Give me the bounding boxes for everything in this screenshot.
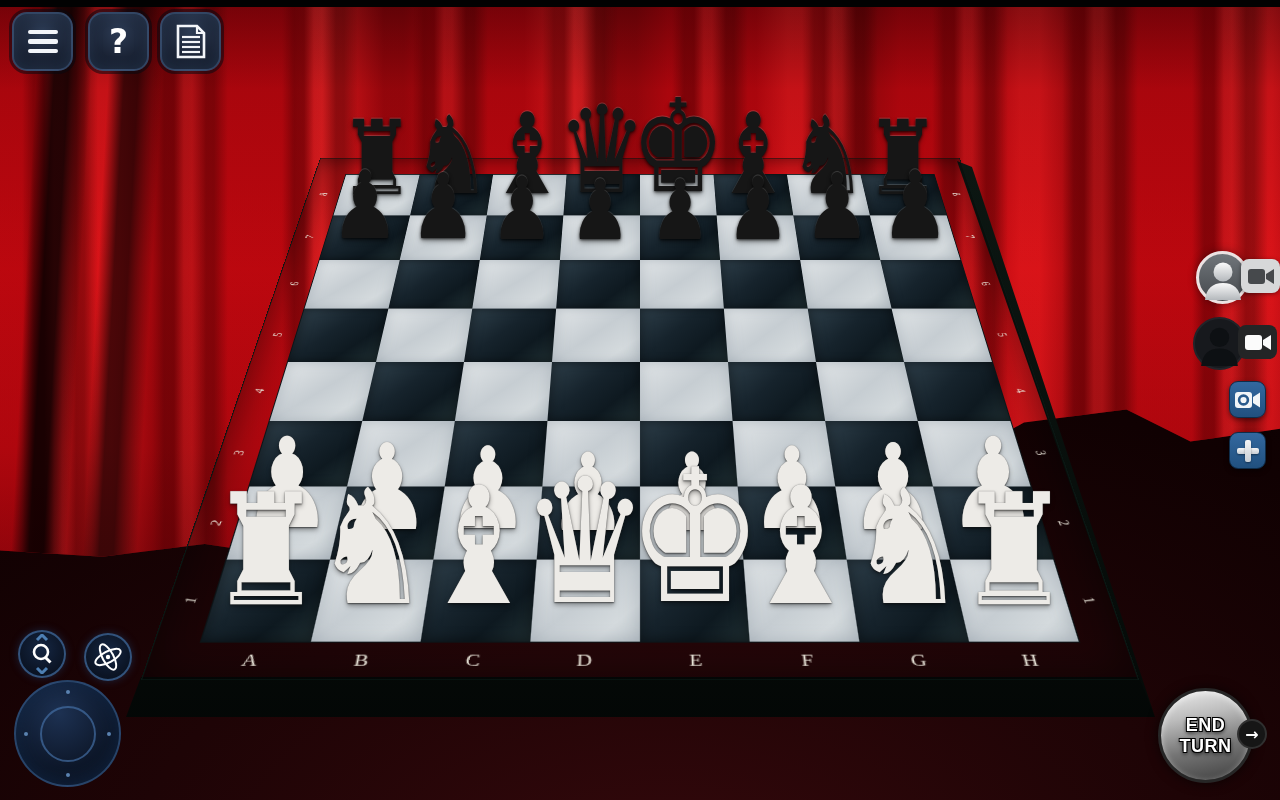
- black-pawn-h7[interactable]: ♟: [881, 159, 950, 253]
- file-label-b: B: [301, 643, 420, 680]
- square-g5[interactable]: [808, 309, 904, 362]
- person-icon: [1199, 254, 1247, 302]
- person-icon: [1195, 319, 1244, 368]
- player1-camera-badge[interactable]: [1241, 259, 1280, 293]
- zoom-button[interactable]: [18, 630, 66, 678]
- square-e5[interactable]: [640, 309, 728, 362]
- white-rook-a1[interactable]: ♜: [209, 474, 323, 629]
- joystick-dot-right: [107, 732, 111, 736]
- camera-joystick[interactable]: [14, 680, 121, 787]
- square-c5[interactable]: [464, 309, 556, 362]
- square-d6[interactable]: [556, 260, 640, 309]
- square-f6[interactable]: [720, 260, 808, 309]
- end-turn-arrow-button[interactable]: →: [1237, 719, 1267, 749]
- square-g4[interactable]: [816, 362, 918, 421]
- black-pawn-c7[interactable]: ♟: [490, 166, 554, 253]
- arrow-right-icon: →: [1245, 725, 1258, 744]
- file-label-a: A: [188, 643, 309, 680]
- square-e4[interactable]: [640, 362, 733, 421]
- hamburger-icon: [28, 30, 58, 54]
- help-button[interactable]: ?: [88, 12, 149, 71]
- file-label-e: E: [640, 643, 753, 680]
- end-turn-label-line2: TURN: [1180, 736, 1232, 757]
- document-icon: [176, 24, 206, 59]
- square-f5[interactable]: [724, 309, 816, 362]
- question-mark-icon: ?: [109, 22, 128, 61]
- white-knight-g1[interactable]: ♞: [849, 469, 966, 628]
- square-b6[interactable]: [388, 260, 479, 309]
- menu-button[interactable]: [12, 12, 73, 71]
- file-label-h: H: [970, 643, 1091, 680]
- end-turn-label-line1: END: [1186, 715, 1226, 736]
- camera-icon: [1248, 268, 1274, 285]
- square-c4[interactable]: [455, 362, 552, 421]
- orbit-rotate-button[interactable]: [84, 633, 132, 681]
- black-pawn-e7[interactable]: ♟: [649, 169, 710, 252]
- add-player-button[interactable]: [1229, 432, 1266, 469]
- black-pawn-f7[interactable]: ♟: [726, 166, 790, 253]
- magnifier-zoom-icon: [29, 634, 55, 674]
- square-f4[interactable]: [728, 362, 825, 421]
- joystick-knob-ring: [40, 706, 96, 762]
- orbit-icon: [90, 639, 126, 675]
- file-label-c: C: [414, 643, 530, 680]
- player2-camera-badge[interactable]: [1238, 325, 1277, 359]
- camera-icon: [1245, 334, 1271, 351]
- joystick-dot-down: [66, 773, 70, 777]
- square-c6[interactable]: [472, 260, 560, 309]
- square-e6[interactable]: [640, 260, 724, 309]
- square-g6[interactable]: [800, 260, 891, 309]
- top-black-strip: [0, 0, 1280, 7]
- game-log-button[interactable]: [160, 12, 221, 71]
- square-b5[interactable]: [376, 309, 472, 362]
- joystick-dot-up: [66, 690, 70, 694]
- square-d5[interactable]: [552, 309, 640, 362]
- video-call-button[interactable]: [1229, 381, 1266, 418]
- file-label-f: F: [750, 643, 866, 680]
- square-d4[interactable]: [547, 362, 640, 421]
- camcorder-icon: [1235, 392, 1260, 408]
- white-rook-h1[interactable]: ♜: [958, 474, 1072, 629]
- black-pawn-b7[interactable]: ♟: [410, 162, 476, 252]
- file-labels: ABCDEFGH: [188, 643, 1091, 680]
- plus-icon: [1237, 440, 1259, 462]
- white-knight-b1[interactable]: ♞: [314, 469, 431, 628]
- file-label-d: D: [527, 643, 640, 680]
- file-label-g: G: [860, 643, 979, 680]
- game-scene: ABCDEFGH 87654321 87654321 ♜♞♝♛♚♝♞♜♟♟♟♟♟…: [0, 0, 1280, 800]
- black-pawn-g7[interactable]: ♟: [804, 162, 870, 252]
- black-pawn-d7[interactable]: ♟: [569, 169, 630, 252]
- black-pawn-a7[interactable]: ♟: [330, 159, 399, 253]
- joystick-dot-left: [24, 732, 28, 736]
- white-bishop-f1[interactable]: ♝: [742, 466, 861, 628]
- square-b4[interactable]: [362, 362, 464, 421]
